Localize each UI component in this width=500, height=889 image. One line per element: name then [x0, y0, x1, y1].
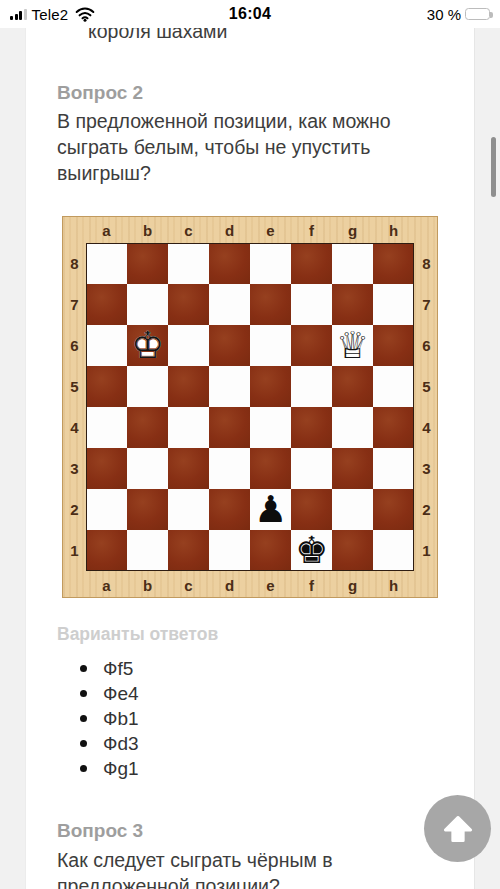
answer-options-list: Фf5 Фе4 Фb1 Фd3 Фg1 [78, 658, 139, 783]
file-label-h-bottom: h [373, 571, 414, 599]
chess-board: abcdefgh88776♚♔♛♕65544332♟21♚1abcdefgh [62, 216, 438, 598]
square-e4 [250, 407, 291, 448]
scrollbar-thumb[interactable] [491, 137, 496, 197]
square-a3 [86, 448, 127, 489]
rank-label-3-left: 3 [63, 448, 86, 489]
square-c6 [168, 325, 209, 366]
square-g3 [332, 448, 373, 489]
square-f4 [291, 407, 332, 448]
square-b4 [127, 407, 168, 448]
square-b7 [127, 284, 168, 325]
rank-label-7-left: 7 [63, 284, 86, 325]
rank-label-6-left: 6 [63, 325, 86, 366]
answer-option[interactable]: Фf5 [78, 658, 139, 683]
square-d7 [209, 284, 250, 325]
clock: 16:04 [229, 5, 271, 23]
square-h4 [373, 407, 414, 448]
file-label-g-bottom: g [332, 571, 373, 599]
question3-label: Вопрос 3 [57, 820, 143, 842]
square-d6 [209, 325, 250, 366]
square-d2 [209, 489, 250, 530]
square-g4 [332, 407, 373, 448]
square-a6 [86, 325, 127, 366]
square-a7 [86, 284, 127, 325]
white-queen: ♛♕ [332, 325, 373, 366]
square-e3 [250, 448, 291, 489]
square-c1 [168, 530, 209, 571]
square-g7 [332, 284, 373, 325]
question3-text: Как следует сыграть чёрным в предложенно… [57, 847, 435, 889]
square-f3 [291, 448, 332, 489]
square-g8 [332, 243, 373, 284]
square-b8 [127, 243, 168, 284]
wifi-icon [75, 7, 95, 22]
file-label-a-bottom: a [86, 571, 127, 599]
file-label-c-top: c [168, 217, 209, 243]
square-g5 [332, 366, 373, 407]
answer-option[interactable]: Фg1 [78, 758, 139, 783]
square-d3 [209, 448, 250, 489]
answer-option[interactable]: Фd3 [78, 733, 139, 758]
square-e5 [250, 366, 291, 407]
file-label-a-top: a [86, 217, 127, 243]
rank-label-1-left: 1 [63, 530, 86, 571]
square-f5 [291, 366, 332, 407]
square-e6 [250, 325, 291, 366]
rank-label-8-right: 8 [414, 243, 439, 284]
square-f7 [291, 284, 332, 325]
square-f8 [291, 243, 332, 284]
file-label-e-bottom: e [250, 571, 291, 599]
file-label-b-top: b [127, 217, 168, 243]
square-c3 [168, 448, 209, 489]
square-e1 [250, 530, 291, 571]
square-g1 [332, 530, 373, 571]
board-corner [63, 217, 86, 243]
rank-label-5-right: 5 [414, 366, 439, 407]
white-king: ♚♔ [127, 325, 168, 366]
file-label-d-bottom: d [209, 571, 250, 599]
square-c5 [168, 366, 209, 407]
rank-label-2-right: 2 [414, 489, 439, 530]
square-c8 [168, 243, 209, 284]
square-b5 [127, 366, 168, 407]
square-f1: ♚ [291, 530, 332, 571]
rank-label-4-right: 4 [414, 407, 439, 448]
square-g2 [332, 489, 373, 530]
signal-bars-icon [10, 9, 27, 20]
rank-label-7-right: 7 [414, 284, 439, 325]
square-h7 [373, 284, 414, 325]
square-d1 [209, 530, 250, 571]
file-label-g-top: g [332, 217, 373, 243]
rank-label-4-left: 4 [63, 407, 86, 448]
carrier-label: Tele2 [32, 6, 69, 23]
square-e8 [250, 243, 291, 284]
square-a5 [86, 366, 127, 407]
black-king: ♚ [291, 530, 332, 571]
square-b3 [127, 448, 168, 489]
square-e7 [250, 284, 291, 325]
square-f6 [291, 325, 332, 366]
square-h5 [373, 366, 414, 407]
square-h2 [373, 489, 414, 530]
rank-label-1-right: 1 [414, 530, 439, 571]
battery-percent-label: 30 % [427, 6, 461, 23]
board-corner [414, 217, 439, 243]
square-c4 [168, 407, 209, 448]
square-h3 [373, 448, 414, 489]
square-c7 [168, 284, 209, 325]
file-label-b-bottom: b [127, 571, 168, 599]
square-d8 [209, 243, 250, 284]
square-c2 [168, 489, 209, 530]
rank-label-2-left: 2 [63, 489, 86, 530]
black-pawn: ♟ [250, 489, 291, 530]
answer-option[interactable]: Фе4 [78, 683, 139, 708]
file-label-e-top: e [250, 217, 291, 243]
rank-label-5-left: 5 [63, 366, 86, 407]
file-label-c-bottom: c [168, 571, 209, 599]
battery-icon [465, 8, 490, 20]
square-b2 [127, 489, 168, 530]
file-label-d-top: d [209, 217, 250, 243]
file-label-f-top: f [291, 217, 332, 243]
square-d5 [209, 366, 250, 407]
square-e2: ♟ [250, 489, 291, 530]
board-corner [414, 571, 439, 599]
board-corner [63, 571, 86, 599]
square-a8 [86, 243, 127, 284]
square-g6: ♛♕ [332, 325, 373, 366]
square-h6 [373, 325, 414, 366]
arrow-up-icon [441, 812, 475, 846]
square-f2 [291, 489, 332, 530]
square-h8 [373, 243, 414, 284]
scroll-to-top-button[interactable] [424, 795, 491, 862]
status-bar: Tele2 16:04 30 % [0, 0, 500, 28]
rank-label-8-left: 8 [63, 243, 86, 284]
square-a4 [86, 407, 127, 448]
answer-option[interactable]: Фb1 [78, 708, 139, 733]
square-d4 [209, 407, 250, 448]
question2-label: Вопрос 2 [57, 82, 143, 104]
square-b6: ♚♔ [127, 325, 168, 366]
file-label-f-bottom: f [291, 571, 332, 599]
square-a1 [86, 530, 127, 571]
rank-label-6-right: 6 [414, 325, 439, 366]
square-a2 [86, 489, 127, 530]
file-label-h-top: h [373, 217, 414, 243]
question2-text: В предложенной позиции, как можно сыграт… [57, 108, 435, 186]
square-h1 [373, 530, 414, 571]
rank-label-3-right: 3 [414, 448, 439, 489]
answer-options-label: Варианты ответов [57, 624, 218, 645]
square-b1 [127, 530, 168, 571]
